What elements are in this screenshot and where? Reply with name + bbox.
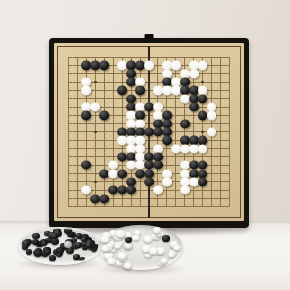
board-cell [100, 78, 109, 86]
white-stone [207, 127, 217, 136]
board-cell [162, 153, 171, 161]
white-stone-tray [98, 225, 183, 270]
black-stone [144, 177, 154, 186]
board-cell [189, 203, 198, 211]
black-stone-pile [18, 227, 102, 265]
board-cell [216, 144, 225, 152]
board-cell [64, 144, 73, 152]
board-cell [73, 144, 82, 152]
board-cell [207, 178, 216, 186]
board-cell [136, 194, 145, 202]
board-cell [162, 203, 171, 211]
board-cell [73, 194, 82, 202]
board-cell [100, 144, 109, 152]
board-cell [91, 70, 100, 78]
board-cell [109, 53, 118, 61]
white-stone [171, 61, 181, 70]
board-cell [189, 120, 198, 128]
board-cell [153, 161, 162, 169]
board-cell [162, 194, 171, 202]
board-cell [91, 144, 100, 152]
board-cell [225, 178, 234, 186]
board-cell [216, 111, 225, 119]
white-stone-in-tray [149, 247, 158, 255]
board-cell [216, 186, 225, 194]
white-stone [198, 144, 208, 153]
board-cell [64, 120, 73, 128]
board-cell [64, 53, 73, 61]
white-stone [144, 61, 154, 70]
board-cell [225, 186, 234, 194]
white-stone-pile [98, 225, 183, 270]
board-cell [82, 86, 91, 94]
black-stone-in-tray [79, 257, 85, 262]
board-cell [73, 136, 82, 144]
board-cell [198, 120, 207, 128]
board-cell [225, 86, 234, 94]
board-cell [64, 128, 73, 136]
board-cell [91, 203, 100, 211]
board-cell [100, 153, 109, 161]
white-stone-in-tray [160, 258, 167, 264]
board-cell [162, 178, 171, 186]
board-cell [100, 203, 109, 211]
board-cell [180, 203, 189, 211]
white-stone [153, 186, 163, 195]
white-stone [81, 86, 91, 95]
hoshi-point [94, 131, 97, 134]
board-cell [82, 128, 91, 136]
board-cell [100, 194, 109, 202]
product-photo-scene [0, 0, 290, 290]
board-cell [100, 111, 109, 119]
board-cell [118, 203, 127, 211]
board-cell [73, 120, 82, 128]
black-stone [135, 86, 145, 95]
board-cell [100, 70, 109, 78]
board-cell [73, 203, 82, 211]
hoshi-point [94, 181, 97, 184]
board-cell [225, 203, 234, 211]
board-cell [198, 186, 207, 194]
board-cell [82, 144, 91, 152]
black-stone [117, 86, 127, 95]
board-cell [171, 128, 180, 136]
board-cell [189, 186, 198, 194]
board-cell [216, 161, 225, 169]
board-cell [171, 103, 180, 111]
board-cell [225, 136, 234, 144]
board-cell [162, 186, 171, 194]
board-cell [207, 53, 216, 61]
board-cell [145, 178, 154, 186]
black-stone-in-tray [64, 227, 72, 234]
white-stone [81, 186, 91, 195]
board-cell [64, 153, 73, 161]
board-cell [64, 103, 73, 111]
white-stone [207, 111, 217, 120]
board-cell [198, 144, 207, 152]
board-cell [82, 120, 91, 128]
board-cell [216, 61, 225, 69]
board-cell [198, 178, 207, 186]
board-cell [216, 153, 225, 161]
board-cell [198, 203, 207, 211]
board-cell [109, 103, 118, 111]
black-stone [153, 161, 163, 170]
black-stone [99, 61, 109, 70]
black-stone-in-tray [41, 241, 48, 247]
board-cell [127, 194, 136, 202]
black-stone [198, 94, 208, 103]
white-stone [162, 177, 172, 186]
board-cell [225, 95, 234, 103]
board-cell [207, 78, 216, 86]
board-cell [73, 153, 82, 161]
board-cell [207, 186, 216, 194]
board-cell [109, 120, 118, 128]
board-cell [100, 128, 109, 136]
board-cell [198, 70, 207, 78]
black-stone-in-white-tray [162, 235, 170, 241]
black-stone [99, 194, 109, 203]
board-cell [225, 194, 234, 202]
board-cell [216, 86, 225, 94]
white-stone-in-tray [114, 244, 121, 250]
board-cell [100, 120, 109, 128]
board-cell [189, 70, 198, 78]
board-cell [127, 186, 136, 194]
board-cell [216, 103, 225, 111]
board-cell [225, 128, 234, 136]
board-cell [225, 61, 234, 69]
board-cell [171, 111, 180, 119]
board-cell [118, 169, 127, 177]
white-stone-in-tray [153, 227, 161, 234]
board-cell [216, 70, 225, 78]
board-cell [73, 95, 82, 103]
board-cell [207, 111, 216, 119]
white-stone-in-tray [143, 235, 153, 243]
board-cell [64, 203, 73, 211]
board-cell [64, 186, 73, 194]
black-stone-in-tray [32, 239, 39, 245]
board-cell [91, 153, 100, 161]
board-cell [180, 120, 189, 128]
board-cell [198, 95, 207, 103]
board-cell [100, 178, 109, 186]
black-stone-in-tray [49, 255, 56, 261]
board-cell [216, 178, 225, 186]
board-cell [207, 61, 216, 69]
white-stone [198, 61, 208, 70]
board-cell [127, 203, 136, 211]
board-cell [64, 194, 73, 202]
board-cell [189, 194, 198, 202]
board-cell [73, 178, 82, 186]
black-stone [117, 169, 127, 178]
hoshi-point [201, 81, 204, 84]
board-cell [136, 203, 145, 211]
board-cell [73, 169, 82, 177]
board-cell [225, 161, 234, 169]
board-cell [100, 61, 109, 69]
board-cell [216, 203, 225, 211]
board-cell [225, 78, 234, 86]
board-cell [109, 95, 118, 103]
board-cell [64, 78, 73, 86]
board-cell [73, 53, 82, 61]
board-cell [216, 120, 225, 128]
black-stone-in-tray [34, 250, 42, 257]
black-stone [126, 186, 136, 195]
board-cell [180, 194, 189, 202]
white-stone-in-tray [100, 236, 109, 243]
board-cell [82, 203, 91, 211]
board-cell [91, 178, 100, 186]
black-stone-in-tray [75, 242, 81, 247]
board-cell [162, 136, 171, 144]
black-stone-in-tray [51, 238, 59, 244]
board-cell [216, 95, 225, 103]
board-cell [100, 86, 109, 94]
hoshi-point [94, 81, 97, 84]
board-cell [171, 194, 180, 202]
board-cell [82, 169, 91, 177]
black-stone [81, 111, 91, 120]
board-cell [225, 153, 234, 161]
board-cell [207, 70, 216, 78]
board-cell [82, 161, 91, 169]
board-surface [54, 43, 244, 221]
white-stone-in-tray [173, 245, 181, 252]
board-cell [64, 161, 73, 169]
black-stone-in-tray [44, 249, 51, 255]
board-cell [91, 120, 100, 128]
board-cell [100, 95, 109, 103]
board-cell [91, 103, 100, 111]
board-cell [225, 120, 234, 128]
white-stone-in-tray [124, 242, 132, 249]
board-cell [109, 194, 118, 202]
board-cell [100, 136, 109, 144]
board-cell [91, 128, 100, 136]
board-cell [162, 95, 171, 103]
board-cell [91, 136, 100, 144]
board-cell [153, 203, 162, 211]
board-cell [180, 186, 189, 194]
white-stone [189, 69, 199, 78]
board-cell [109, 111, 118, 119]
black-stone-in-tray [26, 249, 33, 254]
board-cell [171, 61, 180, 69]
go-board [49, 38, 249, 228]
black-stone-tray [18, 227, 102, 265]
board-cell [82, 111, 91, 119]
board-cell [207, 161, 216, 169]
board-cell [171, 203, 180, 211]
board-cell [91, 78, 100, 86]
white-stone-in-tray [115, 230, 125, 238]
board-cell [91, 161, 100, 169]
board-cell [225, 103, 234, 111]
board-cell [216, 53, 225, 61]
board-cell [136, 186, 145, 194]
board-cell [216, 136, 225, 144]
board-cell [145, 61, 154, 69]
board-cell [171, 153, 180, 161]
board-cell [189, 103, 198, 111]
board-cell [207, 194, 216, 202]
board-cell [109, 70, 118, 78]
board-cell [64, 169, 73, 177]
board-cell [64, 86, 73, 94]
black-stone [81, 161, 91, 170]
board-cell [216, 194, 225, 202]
board-cell [207, 153, 216, 161]
board-cell [64, 70, 73, 78]
black-stone [189, 102, 199, 111]
board-cell [82, 136, 91, 144]
board-cell [225, 169, 234, 177]
black-stone-in-tray [81, 237, 87, 242]
black-stone [180, 119, 190, 128]
board-cell [207, 169, 216, 177]
white-stone-in-tray [168, 252, 176, 258]
hoshi-point [201, 131, 204, 134]
board-cell [64, 95, 73, 103]
board-cell [216, 128, 225, 136]
board-cell [153, 194, 162, 202]
board-cell [198, 194, 207, 202]
board-cell [82, 186, 91, 194]
board-cell [216, 78, 225, 86]
black-stone-in-tray [56, 253, 62, 258]
board-cell [153, 186, 162, 194]
black-stone [99, 111, 109, 120]
board-cell [207, 86, 216, 94]
board-cell [216, 169, 225, 177]
board-cell [207, 128, 216, 136]
board-cell [64, 61, 73, 69]
board-cell [73, 70, 82, 78]
black-stone [198, 177, 208, 186]
board-cell [109, 144, 118, 152]
white-stone-in-tray [124, 263, 132, 270]
board-cell [207, 144, 216, 152]
board-cell [118, 86, 127, 94]
board-cell [64, 111, 73, 119]
black-stone-in-tray [22, 245, 28, 250]
board-cell [225, 53, 234, 61]
white-stone [180, 186, 190, 195]
board-cell [207, 136, 216, 144]
board-cell [225, 70, 234, 78]
board-cell [225, 111, 234, 119]
board-cell [198, 61, 207, 69]
board-cell [64, 136, 73, 144]
board-cell [225, 144, 234, 152]
hinge-top [145, 34, 154, 39]
board-cell [109, 203, 118, 211]
black-stone [162, 136, 172, 145]
board-cell [118, 194, 127, 202]
board-cell [64, 178, 73, 186]
board-cell [73, 128, 82, 136]
board-cell [207, 203, 216, 211]
white-stone-in-tray [132, 235, 140, 241]
board-cell [136, 86, 145, 94]
board-cell [109, 78, 118, 86]
board-cell [153, 53, 162, 61]
white-stone [90, 102, 100, 111]
board-cell [91, 86, 100, 94]
board-cell [180, 53, 189, 61]
